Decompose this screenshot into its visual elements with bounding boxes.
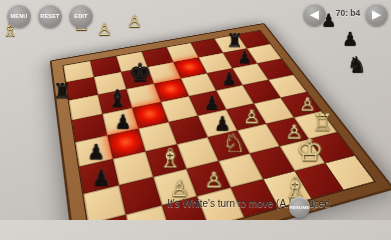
status-bar: It's White's turn to move (A.I. paused xyxy=(0,198,330,209)
square-b3[interactable] xyxy=(113,152,153,186)
black-rook[interactable]: ♜ xyxy=(226,31,243,50)
black-pawn[interactable]: ♟ xyxy=(222,70,237,87)
reset-button[interactable]: RESET xyxy=(38,4,62,28)
captured-white-pawn: ♙ xyxy=(97,21,112,38)
chess-board-frame: ♜♚♟♝♟♟♟♟♟♙♙♟♗♘♙♖♙♙♔♗ xyxy=(50,23,391,220)
move-number-label: 70: b4 xyxy=(331,8,365,18)
square-c5[interactable] xyxy=(132,102,168,129)
board-scene: ♜♚♟♝♟♟♟♟♟♙♙♟♗♘♙♖♙♙♔♗ xyxy=(0,0,391,220)
next-move-button[interactable]: ▶ xyxy=(365,3,388,26)
black-pawn[interactable]: ♟ xyxy=(87,142,105,162)
resume-button[interactable]: RESUME xyxy=(289,197,310,218)
square-c6[interactable] xyxy=(126,84,161,108)
white-bishop[interactable]: ♗ xyxy=(158,146,182,172)
status-suffix: ) xyxy=(313,198,323,209)
captured-black-knight: ♞ xyxy=(347,54,367,76)
black-pawn[interactable]: ♟ xyxy=(114,112,131,131)
captured-white-pawn: ♙ xyxy=(127,13,142,30)
white-king[interactable]: ♔ xyxy=(296,136,323,167)
menu-button[interactable]: MENU xyxy=(7,4,31,28)
black-pawn[interactable]: ♟ xyxy=(92,167,111,188)
white-rook[interactable]: ♖ xyxy=(312,112,333,135)
black-pawn[interactable]: ♟ xyxy=(237,49,251,65)
black-bishop[interactable]: ♝ xyxy=(107,87,128,110)
captured-black-pawn: ♟ xyxy=(342,30,358,48)
white-pawn[interactable]: ♙ xyxy=(170,178,190,200)
prev-arrow-icon: ◀ xyxy=(310,8,318,21)
captured-black-rook: ♜ xyxy=(53,80,72,101)
white-knight[interactable]: ♘ xyxy=(222,131,245,156)
square-h7[interactable] xyxy=(247,44,281,63)
edit-button[interactable]: EDIT xyxy=(69,4,93,28)
white-pawn[interactable]: ♙ xyxy=(243,108,260,127)
white-pawn[interactable]: ♙ xyxy=(204,170,223,191)
black-pawn[interactable]: ♟ xyxy=(204,94,220,112)
black-king[interactable]: ♚ xyxy=(129,60,152,85)
next-arrow-icon: ▶ xyxy=(372,8,380,21)
square-e3[interactable]: ♘ xyxy=(208,130,250,161)
square-a3[interactable]: ♟ xyxy=(79,159,119,194)
chess-board: ♜♚♟♝♟♟♟♟♟♙♙♟♗♘♙♖♙♙♔♗ xyxy=(62,30,376,220)
